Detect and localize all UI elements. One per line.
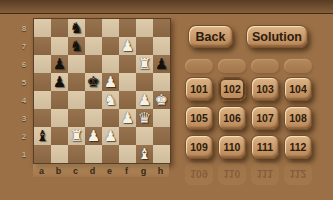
square-h1[interactable] [153, 145, 170, 163]
reflected-button-112: 112 [284, 163, 312, 185]
square-a7[interactable] [34, 37, 51, 55]
puzzle-button-109[interactable]: 109 [185, 135, 213, 159]
piece-white-rook[interactable]: ♜ [138, 56, 151, 71]
square-a6[interactable] [34, 55, 51, 73]
square-e8[interactable] [102, 19, 119, 37]
piece-white-king[interactable]: ♚ [155, 92, 168, 107]
square-b3[interactable] [51, 109, 68, 127]
square-e2[interactable]: ♟ [102, 127, 119, 145]
square-b7[interactable] [51, 37, 68, 55]
rank-label-8: 8 [16, 19, 32, 37]
square-e5[interactable]: ♟ [102, 73, 119, 91]
rank-label-4: 4 [16, 91, 32, 109]
square-f4[interactable] [119, 91, 136, 109]
square-f1[interactable] [119, 145, 136, 163]
puzzle-button-112[interactable]: 112 [284, 135, 312, 159]
chess-puzzle-app: 87654321 ♞♞♟♟♜♟♟♚♟♞♟♚♟♛♝♜♟♟♝ abcdefgh Ba… [0, 0, 333, 200]
file-label-a: a [33, 164, 50, 177]
square-a5[interactable] [34, 73, 51, 91]
square-h6[interactable]: ♟ [153, 55, 170, 73]
square-b5[interactable]: ♟ [51, 73, 68, 91]
square-d3[interactable] [85, 109, 102, 127]
square-f3[interactable]: ♟ [119, 109, 136, 127]
square-f2[interactable] [119, 127, 136, 145]
scrolled-out-button-row [185, 59, 312, 73]
square-g8[interactable] [136, 19, 153, 37]
puzzle-button-108[interactable]: 108 [284, 106, 312, 130]
puzzle-button-104[interactable]: 104 [284, 77, 312, 101]
square-d7[interactable] [85, 37, 102, 55]
square-e1[interactable] [102, 145, 119, 163]
puzzle-button-110[interactable]: 110 [218, 135, 246, 159]
square-d1[interactable] [85, 145, 102, 163]
square-a4[interactable] [34, 91, 51, 109]
square-g2[interactable] [136, 127, 153, 145]
rank-label-1: 1 [16, 145, 32, 163]
square-a8[interactable] [34, 19, 51, 37]
square-c3[interactable] [68, 109, 85, 127]
square-c7[interactable]: ♞ [68, 37, 85, 55]
piece-white-pawn[interactable]: ♟ [104, 74, 117, 89]
square-c5[interactable] [68, 73, 85, 91]
piece-black-pawn[interactable]: ♟ [155, 56, 168, 71]
square-f6[interactable] [119, 55, 136, 73]
rank-label-5: 5 [16, 73, 32, 91]
piece-black-king[interactable]: ♚ [87, 74, 100, 89]
puzzle-button-107[interactable]: 107 [251, 106, 279, 130]
square-e6[interactable] [102, 55, 119, 73]
piece-white-rook[interactable]: ♜ [70, 128, 83, 143]
piece-black-knight[interactable]: ♞ [70, 38, 83, 53]
square-b8[interactable] [51, 19, 68, 37]
square-e3[interactable] [102, 109, 119, 127]
piece-black-knight[interactable]: ♞ [70, 20, 83, 35]
square-b2[interactable] [51, 127, 68, 145]
square-b6[interactable]: ♟ [51, 55, 68, 73]
square-g1[interactable]: ♝ [136, 145, 153, 163]
square-g3[interactable]: ♛ [136, 109, 153, 127]
square-d5[interactable]: ♚ [85, 73, 102, 91]
square-g4[interactable]: ♟ [136, 91, 153, 109]
piece-white-pawn[interactable]: ♟ [87, 128, 100, 143]
square-d8[interactable] [85, 19, 102, 37]
solution-button[interactable]: Solution [246, 25, 308, 48]
square-g7[interactable] [136, 37, 153, 55]
piece-black-pawn[interactable]: ♟ [53, 74, 66, 89]
piece-black-bishop[interactable]: ♝ [36, 128, 49, 143]
square-e4[interactable]: ♞ [102, 91, 119, 109]
square-f7[interactable]: ♟ [119, 37, 136, 55]
square-c2[interactable]: ♜ [68, 127, 85, 145]
button-reflection: 109110111112 [185, 163, 312, 185]
square-h2[interactable] [153, 127, 170, 145]
piece-white-pawn[interactable]: ♟ [138, 92, 151, 107]
piece-white-bishop[interactable]: ♝ [138, 146, 151, 161]
reflected-button-111: 111 [251, 163, 279, 185]
square-h7[interactable] [153, 37, 170, 55]
square-h5[interactable] [153, 73, 170, 91]
square-f8[interactable] [119, 19, 136, 37]
square-b4[interactable] [51, 91, 68, 109]
rank-label-2: 2 [16, 127, 32, 145]
piece-white-knight[interactable]: ♞ [104, 92, 117, 107]
square-f5[interactable] [119, 73, 136, 91]
rank-label-3: 3 [16, 109, 32, 127]
file-label-c: c [67, 164, 84, 177]
chess-board[interactable]: ♞♞♟♟♜♟♟♚♟♞♟♚♟♛♝♜♟♟♝ [33, 18, 171, 164]
puzzle-button-101[interactable]: 101 [185, 77, 213, 101]
rank-labels: 87654321 [16, 19, 32, 163]
square-d6[interactable] [85, 55, 102, 73]
square-d4[interactable] [85, 91, 102, 109]
file-label-h: h [152, 164, 169, 177]
square-a1[interactable] [34, 145, 51, 163]
square-g6[interactable]: ♜ [136, 55, 153, 73]
square-c1[interactable] [68, 145, 85, 163]
square-c8[interactable]: ♞ [68, 19, 85, 37]
square-c4[interactable] [68, 91, 85, 109]
faded-button [284, 59, 312, 73]
square-e7[interactable] [102, 37, 119, 55]
piece-white-queen[interactable]: ♛ [138, 110, 151, 125]
wood-plank-top-band [0, 0, 333, 14]
puzzle-number-grid: 101102103104105106107108109110111112 [185, 77, 312, 159]
square-a3[interactable] [34, 109, 51, 127]
puzzle-button-102[interactable]: 102 [218, 77, 246, 101]
puzzle-button-105[interactable]: 105 [185, 106, 213, 130]
file-labels: abcdefgh [33, 164, 169, 177]
file-label-d: d [84, 164, 101, 177]
rank-label-7: 7 [16, 37, 32, 55]
puzzle-button-106[interactable]: 106 [218, 106, 246, 130]
piece-white-pawn[interactable]: ♟ [121, 110, 134, 125]
rank-label-6: 6 [16, 55, 32, 73]
file-label-e: e [101, 164, 118, 177]
file-label-g: g [135, 164, 152, 177]
reflected-button-109: 109 [185, 163, 213, 185]
faded-button [251, 59, 279, 73]
square-a2[interactable]: ♝ [34, 127, 51, 145]
square-h4[interactable]: ♚ [153, 91, 170, 109]
piece-white-pawn[interactable]: ♟ [104, 128, 117, 143]
square-c6[interactable] [68, 55, 85, 73]
file-label-f: f [118, 164, 135, 177]
piece-white-pawn[interactable]: ♟ [121, 38, 134, 53]
back-button[interactable]: Back [188, 25, 233, 48]
faded-button [218, 59, 246, 73]
square-g5[interactable] [136, 73, 153, 91]
puzzle-button-103[interactable]: 103 [251, 77, 279, 101]
square-b1[interactable] [51, 145, 68, 163]
reflected-button-110: 110 [218, 163, 246, 185]
puzzle-button-111[interactable]: 111 [251, 135, 279, 159]
square-d2[interactable]: ♟ [85, 127, 102, 145]
square-h3[interactable] [153, 109, 170, 127]
file-label-b: b [50, 164, 67, 177]
piece-black-pawn[interactable]: ♟ [53, 56, 66, 71]
faded-button [185, 59, 213, 73]
square-h8[interactable] [153, 19, 170, 37]
